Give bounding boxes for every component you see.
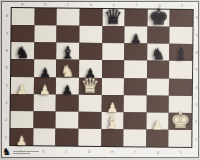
piece-white-king[interactable]: ♚	[170, 110, 190, 132]
square-b8[interactable]	[34, 8, 57, 25]
knight-icon: ♞	[2, 147, 11, 157]
file-label-c: c	[57, 2, 80, 7]
rank-label-6: 6	[194, 44, 199, 61]
square-h8[interactable]	[170, 10, 193, 27]
board-tilt-wrapper: abcdefgh abcdefgh 87654321 87654321 ♛♚♟♞…	[0, 0, 200, 160]
square-b1[interactable]	[33, 128, 56, 145]
square-f5[interactable]	[124, 61, 147, 78]
rank-label-2: 2	[3, 111, 8, 128]
piece-black-bishop[interactable]: ♝	[60, 45, 75, 62]
square-h2[interactable]: ♚	[169, 112, 192, 129]
square-e6[interactable]	[102, 43, 125, 60]
square-a4[interactable]: ♟	[11, 77, 34, 94]
square-c2[interactable]	[56, 111, 79, 128]
rank-label-3: 3	[4, 94, 9, 111]
piece-black-king[interactable]: ♚	[149, 7, 169, 29]
square-d2[interactable]	[78, 112, 101, 129]
square-g2[interactable]: ♟	[146, 112, 169, 129]
square-a1[interactable]: ♟	[10, 128, 33, 145]
piece-black-pawn[interactable]: ♟	[39, 66, 51, 79]
square-g4[interactable]	[147, 78, 170, 95]
square-d4[interactable]: ♛	[79, 77, 102, 94]
piece-white-pawn[interactable]: ♟	[39, 83, 51, 96]
piece-black-queen[interactable]: ♛	[104, 7, 123, 28]
square-e4[interactable]	[101, 78, 124, 95]
rank-label-4: 4	[194, 78, 199, 95]
square-e8[interactable]: ♛	[102, 9, 125, 26]
square-f4[interactable]	[124, 78, 147, 95]
rank-label-1: 1	[3, 129, 8, 146]
square-b6[interactable]	[34, 43, 57, 60]
square-a7[interactable]	[11, 25, 34, 42]
rank-label-6: 6	[4, 42, 9, 59]
file-label-g: g	[146, 149, 169, 154]
piece-white-bishop[interactable]: ♝	[105, 114, 120, 131]
square-a2[interactable]	[10, 111, 33, 128]
piece-white-queen[interactable]: ♛	[81, 75, 100, 96]
logo-text-illegible	[13, 151, 39, 154]
file-label-a: a	[11, 1, 34, 6]
board-brand-logo: ♞	[2, 147, 39, 157]
file-label-d: d	[79, 2, 102, 7]
piece-black-bishop[interactable]: ♝	[173, 46, 188, 63]
file-label-f: f	[125, 2, 148, 7]
rank-label-4: 4	[4, 76, 9, 93]
piece-white-pawn[interactable]: ♟	[16, 134, 28, 147]
rank-label-8: 8	[5, 7, 10, 24]
square-e3[interactable]: ♟	[101, 95, 124, 112]
rank-label-5: 5	[194, 61, 199, 78]
square-b5[interactable]: ♟	[34, 60, 57, 77]
rank-labels-right: 87654321	[193, 9, 199, 148]
file-label-b: b	[34, 1, 57, 6]
piece-black-knight[interactable]: ♞	[15, 45, 30, 61]
square-f7[interactable]: ♟	[125, 26, 148, 43]
square-c7[interactable]	[57, 26, 80, 43]
square-h6[interactable]: ♝	[170, 44, 193, 61]
square-g8[interactable]: ♚	[147, 9, 170, 26]
rank-label-8: 8	[195, 9, 200, 26]
square-f8[interactable]	[125, 9, 148, 26]
piece-black-knight[interactable]: ♞	[151, 47, 166, 63]
file-label-d: d	[78, 149, 101, 154]
board-photo: abcdefgh abcdefgh 87654321 87654321 ♛♚♟♞…	[0, 0, 200, 160]
square-d6[interactable]	[79, 43, 102, 60]
square-f1[interactable]	[123, 129, 146, 146]
square-b2[interactable]	[33, 111, 56, 128]
piece-white-pawn[interactable]: ♟	[152, 118, 164, 131]
rank-label-2: 2	[193, 113, 198, 130]
square-g6[interactable]: ♞	[147, 44, 170, 61]
square-a8[interactable]	[12, 8, 35, 25]
square-d8[interactable]	[79, 9, 102, 26]
file-label-c: c	[55, 149, 78, 154]
rank-label-7: 7	[194, 26, 199, 43]
square-c1[interactable]	[56, 128, 79, 145]
square-e2[interactable]: ♝	[101, 112, 124, 129]
rank-label-7: 7	[4, 24, 9, 41]
rank-label-5: 5	[4, 59, 9, 76]
square-a6[interactable]: ♞	[11, 42, 34, 59]
file-label-h: h	[171, 3, 194, 8]
square-e5[interactable]	[102, 60, 125, 77]
square-h7[interactable]	[170, 27, 193, 44]
board-grid: ♛♚♟♞♝♞♝♟♞♟♟♟♟♛♟♝♟♚♟	[10, 8, 192, 147]
square-c5[interactable]: ♞	[56, 60, 79, 77]
square-c6[interactable]: ♝	[56, 43, 79, 60]
board-frame: ♛♚♟♞♝♞♝♟♞♟♟♟♟♛♟♝♟♚♟	[9, 7, 193, 148]
file-label-e: e	[101, 149, 124, 154]
piece-black-pawn[interactable]: ♟	[62, 83, 74, 96]
piece-white-knight[interactable]: ♞	[60, 63, 75, 79]
file-label-f: f	[124, 149, 147, 154]
file-label-h: h	[169, 150, 192, 155]
square-h4[interactable]	[169, 78, 192, 95]
piece-white-pawn[interactable]: ♟	[16, 83, 28, 96]
square-c8[interactable]	[57, 9, 80, 26]
rank-label-1: 1	[193, 131, 198, 148]
square-d1[interactable]	[78, 129, 101, 146]
square-b7[interactable]	[34, 25, 57, 42]
rank-label-3: 3	[194, 96, 199, 113]
square-g3[interactable]	[146, 95, 169, 112]
piece-black-pawn[interactable]: ♟	[130, 33, 142, 46]
square-d7[interactable]	[79, 26, 102, 43]
square-f2[interactable]	[124, 112, 147, 129]
square-f3[interactable]	[124, 95, 147, 112]
